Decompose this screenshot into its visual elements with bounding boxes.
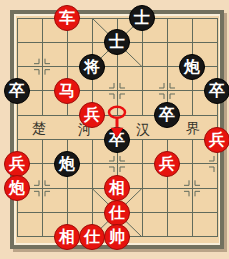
piece-black-soldier[interactable]: 卒 bbox=[4, 78, 30, 104]
piece-black-cannon[interactable]: 炮 bbox=[54, 151, 80, 177]
piece-red-soldier[interactable]: 兵 bbox=[4, 151, 30, 177]
piece-black-soldier[interactable]: 卒 bbox=[204, 78, 229, 104]
piece-red-soldier[interactable]: 兵 bbox=[204, 127, 229, 153]
piece-black-cannon[interactable]: 炮 bbox=[179, 54, 205, 80]
river-char-han: 汉 bbox=[136, 122, 150, 136]
piece-black-general[interactable]: 将 bbox=[79, 54, 105, 80]
piece-red-elephant[interactable]: 相 bbox=[54, 224, 80, 250]
piece-red-advisor[interactable]: 仕 bbox=[79, 224, 105, 250]
xiangqi-board: 楚 河 汉 界 车士士将炮卒马卒兵卒卒兵兵炮兵炮相仕相仕帅 bbox=[0, 0, 229, 259]
piece-red-advisor[interactable]: 仕 bbox=[104, 200, 130, 226]
piece-black-soldier[interactable]: 卒 bbox=[104, 127, 130, 153]
piece-red-horse[interactable]: 马 bbox=[54, 78, 80, 104]
piece-red-chariot[interactable]: 车 bbox=[54, 5, 80, 31]
river-char-jie: 界 bbox=[186, 121, 200, 135]
piece-black-advisor[interactable]: 士 bbox=[129, 5, 155, 31]
piece-red-soldier[interactable]: 兵 bbox=[154, 151, 180, 177]
river-char-chu: 楚 bbox=[32, 121, 46, 135]
piece-red-general[interactable]: 帅 bbox=[104, 224, 130, 250]
